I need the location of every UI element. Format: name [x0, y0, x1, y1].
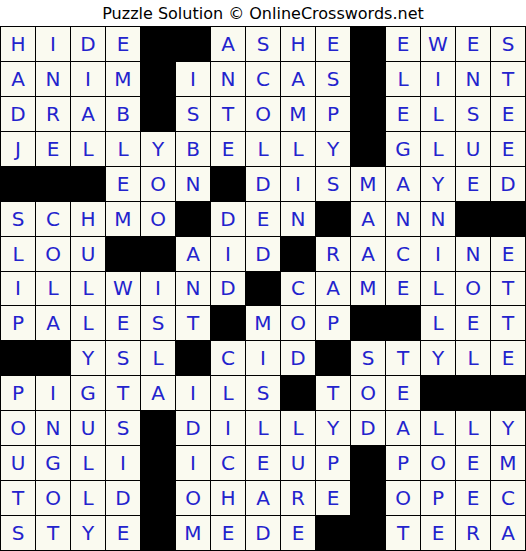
black-cell: [281, 376, 315, 410]
grid-cell: A: [246, 481, 280, 515]
grid-cell: I: [246, 341, 280, 375]
grid-cell: N: [386, 202, 420, 236]
grid-cell: P: [316, 446, 350, 480]
grid-cell: G: [36, 446, 70, 480]
grid-cell: M: [106, 202, 140, 236]
grid-cell: E: [211, 516, 245, 550]
grid-cell: L: [246, 132, 280, 166]
grid-cell: I: [36, 376, 70, 410]
crossword-grid: HIDEASHEEWESANIMINCASLINTDRABSTOMPELSEJE…: [0, 26, 526, 551]
grid-cell: L: [141, 341, 175, 375]
black-cell: [141, 62, 175, 96]
puzzle-solution-page: Puzzle Solution © OnlineCrosswords.net H…: [0, 0, 526, 551]
grid-cell: P: [1, 376, 35, 410]
grid-cell: T: [386, 516, 420, 550]
grid-cell: A: [1, 62, 35, 96]
black-cell: [36, 167, 70, 201]
grid-cell: O: [141, 202, 175, 236]
black-cell: [386, 306, 420, 340]
grid-cell: N: [456, 237, 490, 271]
black-cell: [176, 27, 210, 61]
grid-cell: N: [176, 167, 210, 201]
grid-cell: A: [351, 202, 385, 236]
grid-cell: D: [246, 237, 280, 271]
grid-cell: S: [106, 411, 140, 445]
grid-cell: D: [246, 516, 280, 550]
grid-cell: G: [71, 376, 105, 410]
grid-cell: Y: [421, 167, 455, 201]
grid-cell: S: [1, 202, 35, 236]
grid-cell: E: [456, 306, 490, 340]
black-cell: [316, 202, 350, 236]
grid-cell: Y: [421, 341, 455, 375]
grid-cell: E: [281, 516, 315, 550]
black-cell: [141, 411, 175, 445]
grid-cell: H: [211, 481, 245, 515]
grid-cell: H: [71, 202, 105, 236]
grid-cell: T: [211, 97, 245, 131]
grid-cell: Y: [71, 516, 105, 550]
grid-cell: P: [1, 306, 35, 340]
grid-cell: D: [351, 411, 385, 445]
grid-cell: E: [386, 97, 420, 131]
grid-cell: Y: [316, 411, 350, 445]
grid-cell: O: [386, 481, 420, 515]
grid-cell: L: [421, 97, 455, 131]
grid-cell: B: [176, 132, 210, 166]
grid-cell: T: [491, 306, 525, 340]
grid-cell: R: [36, 97, 70, 131]
grid-cell: E: [456, 446, 490, 480]
grid-cell: M: [281, 97, 315, 131]
grid-cell: L: [71, 132, 105, 166]
grid-cell: N: [421, 202, 455, 236]
black-cell: [351, 516, 385, 550]
grid-cell: A: [141, 376, 175, 410]
grid-cell: H: [281, 27, 315, 61]
black-cell: [351, 97, 385, 131]
grid-cell: M: [106, 62, 140, 96]
black-cell: [316, 516, 350, 550]
grid-cell: O: [1, 411, 35, 445]
black-cell: [351, 62, 385, 96]
grid-cell: N: [211, 62, 245, 96]
grid-cell: A: [176, 237, 210, 271]
grid-cell: Y: [71, 341, 105, 375]
grid-cell: R: [281, 481, 315, 515]
grid-cell: T: [386, 341, 420, 375]
grid-cell: E: [211, 132, 245, 166]
grid-cell: N: [36, 411, 70, 445]
black-cell: [246, 272, 280, 306]
grid-cell: O: [351, 376, 385, 410]
grid-cell: E: [386, 27, 420, 61]
grid-cell: I: [281, 167, 315, 201]
grid-cell: E: [491, 97, 525, 131]
grid-cell: S: [176, 97, 210, 131]
page-title: Puzzle Solution © OnlineCrosswords.net: [102, 4, 424, 23]
grid-cell: L: [421, 411, 455, 445]
grid-cell: A: [491, 516, 525, 550]
grid-cell: L: [421, 272, 455, 306]
black-cell: [421, 376, 455, 410]
grid-cell: L: [281, 411, 315, 445]
grid-cell: T: [491, 272, 525, 306]
black-cell: [351, 27, 385, 61]
grid-cell: E: [106, 167, 140, 201]
grid-cell: C: [386, 237, 420, 271]
grid-cell: L: [1, 237, 35, 271]
black-cell: [176, 341, 210, 375]
grid-cell: S: [491, 27, 525, 61]
grid-cell: I: [211, 237, 245, 271]
grid-cell: O: [421, 446, 455, 480]
grid-cell: O: [36, 237, 70, 271]
grid-cell: D: [106, 481, 140, 515]
grid-cell: A: [36, 306, 70, 340]
grid-cell: E: [106, 27, 140, 61]
grid-cell: T: [491, 62, 525, 96]
grid-cell: D: [176, 411, 210, 445]
grid-cell: L: [36, 272, 70, 306]
black-cell: [141, 237, 175, 271]
grid-cell: L: [71, 272, 105, 306]
grid-cell: G: [386, 132, 420, 166]
black-cell: [141, 27, 175, 61]
grid-cell: E: [386, 376, 420, 410]
black-cell: [211, 306, 245, 340]
grid-cell: N: [281, 202, 315, 236]
grid-cell: M: [491, 446, 525, 480]
black-cell: [141, 481, 175, 515]
grid-cell: A: [71, 97, 105, 131]
grid-cell: N: [36, 62, 70, 96]
grid-cell: A: [281, 62, 315, 96]
grid-cell: A: [386, 411, 420, 445]
black-cell: [491, 376, 525, 410]
grid-cell: A: [211, 27, 245, 61]
grid-cell: Y: [491, 411, 525, 445]
grid-cell: I: [176, 62, 210, 96]
grid-cell: L: [421, 306, 455, 340]
grid-cell: S: [106, 341, 140, 375]
grid-cell: L: [246, 411, 280, 445]
grid-cell: L: [71, 306, 105, 340]
grid-cell: N: [456, 62, 490, 96]
grid-cell: L: [421, 132, 455, 166]
grid-cell: S: [316, 62, 350, 96]
grid-cell: C: [281, 272, 315, 306]
grid-cell: S: [316, 167, 350, 201]
grid-cell: E: [491, 132, 525, 166]
grid-cell: I: [106, 446, 140, 480]
black-cell: [316, 341, 350, 375]
grid-cell: L: [281, 132, 315, 166]
grid-cell: L: [106, 132, 140, 166]
grid-cell: I: [211, 411, 245, 445]
grid-cell: O: [281, 306, 315, 340]
black-cell: [351, 481, 385, 515]
grid-cell: D: [211, 202, 245, 236]
grid-cell: U: [71, 411, 105, 445]
grid-cell: P: [386, 446, 420, 480]
grid-cell: D: [246, 167, 280, 201]
grid-cell: O: [36, 481, 70, 515]
grid-cell: Y: [316, 132, 350, 166]
black-cell: [71, 167, 105, 201]
grid-cell: L: [386, 62, 420, 96]
grid-cell: P: [316, 306, 350, 340]
grid-cell: S: [1, 516, 35, 550]
grid-cell: I: [36, 27, 70, 61]
grid-cell: L: [211, 376, 245, 410]
grid-cell: E: [316, 481, 350, 515]
grid-cell: E: [316, 27, 350, 61]
grid-cell: E: [106, 516, 140, 550]
grid-cell: U: [456, 132, 490, 166]
grid-cell: D: [491, 167, 525, 201]
black-cell: [491, 202, 525, 236]
grid-cell: O: [246, 97, 280, 131]
grid-cell: E: [421, 516, 455, 550]
grid-cell: J: [1, 132, 35, 166]
grid-cell: T: [36, 516, 70, 550]
grid-cell: I: [176, 376, 210, 410]
grid-cell: E: [246, 202, 280, 236]
grid-cell: E: [456, 481, 490, 515]
black-cell: [106, 237, 140, 271]
grid-cell: M: [351, 272, 385, 306]
black-cell: [176, 202, 210, 236]
grid-cell: E: [456, 27, 490, 61]
black-cell: [141, 516, 175, 550]
black-cell: [141, 446, 175, 480]
grid-cell: C: [491, 481, 525, 515]
grid-cell: D: [1, 97, 35, 131]
grid-cell: D: [71, 27, 105, 61]
grid-cell: U: [281, 446, 315, 480]
grid-cell: B: [106, 97, 140, 131]
grid-cell: I: [141, 272, 175, 306]
grid-cell: L: [71, 481, 105, 515]
grid-cell: E: [491, 341, 525, 375]
grid-cell: N: [176, 272, 210, 306]
grid-cell: I: [421, 62, 455, 96]
grid-cell: S: [351, 341, 385, 375]
black-cell: [351, 132, 385, 166]
grid-cell: A: [386, 167, 420, 201]
grid-cell: E: [246, 446, 280, 480]
grid-cell: E: [36, 132, 70, 166]
grid-cell: T: [316, 376, 350, 410]
grid-cell: E: [386, 272, 420, 306]
grid-cell: L: [71, 446, 105, 480]
black-cell: [1, 167, 35, 201]
grid-cell: W: [421, 27, 455, 61]
grid-cell: A: [351, 237, 385, 271]
grid-cell: R: [456, 516, 490, 550]
grid-cell: S: [141, 306, 175, 340]
grid-cell: D: [281, 341, 315, 375]
grid-cell: E: [456, 167, 490, 201]
black-cell: [211, 167, 245, 201]
grid-cell: O: [176, 481, 210, 515]
grid-cell: U: [71, 237, 105, 271]
grid-cell: O: [456, 272, 490, 306]
grid-cell: M: [351, 167, 385, 201]
grid-cell: T: [1, 481, 35, 515]
grid-cell: W: [106, 272, 140, 306]
title-bar: Puzzle Solution © OnlineCrosswords.net: [0, 0, 526, 26]
grid-cell: I: [421, 237, 455, 271]
grid-cell: M: [176, 516, 210, 550]
black-cell: [456, 376, 490, 410]
black-cell: [36, 341, 70, 375]
black-cell: [1, 341, 35, 375]
grid-cell: C: [211, 446, 245, 480]
grid-cell: C: [211, 341, 245, 375]
grid-cell: E: [491, 237, 525, 271]
grid-cell: L: [456, 411, 490, 445]
grid-cell: U: [1, 446, 35, 480]
grid-cell: L: [456, 341, 490, 375]
grid-cell: I: [1, 272, 35, 306]
grid-cell: M: [246, 306, 280, 340]
grid-cell: T: [176, 306, 210, 340]
black-cell: [351, 446, 385, 480]
grid-cell: C: [36, 202, 70, 236]
grid-cell: R: [316, 237, 350, 271]
black-cell: [281, 237, 315, 271]
grid-cell: H: [1, 27, 35, 61]
grid-cell: D: [211, 272, 245, 306]
grid-cell: P: [316, 97, 350, 131]
grid-cell: S: [246, 27, 280, 61]
grid-cell: Y: [141, 132, 175, 166]
grid-cell: T: [106, 376, 140, 410]
grid-cell: I: [71, 62, 105, 96]
grid-cell: C: [246, 62, 280, 96]
black-cell: [351, 306, 385, 340]
black-cell: [141, 97, 175, 131]
grid-cell: S: [246, 376, 280, 410]
grid-cell: A: [316, 272, 350, 306]
grid-cell: S: [456, 97, 490, 131]
grid-cell: I: [176, 446, 210, 480]
grid-cell: P: [421, 481, 455, 515]
black-cell: [456, 202, 490, 236]
grid-cell: O: [141, 167, 175, 201]
grid-cell: E: [106, 306, 140, 340]
